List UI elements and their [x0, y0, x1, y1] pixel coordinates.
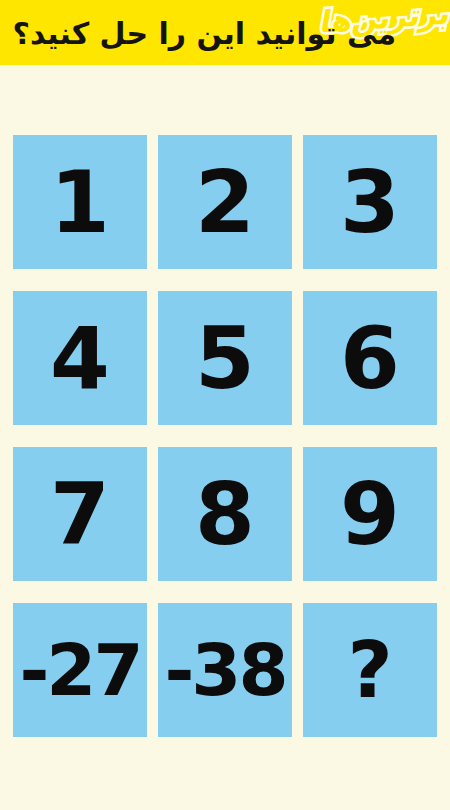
header-bar: برترین‌ها می توانید این را حل کنید؟ — [0, 0, 450, 65]
grid-cell-r4c3-question: ? — [303, 603, 437, 737]
grid-cell-r1c2: 2 — [158, 135, 292, 269]
grid-cell-r4c2: -38 — [158, 603, 292, 737]
grid-cell-r3c1: 7 — [13, 447, 147, 581]
page-title: می توانید این را حل کنید؟ — [12, 15, 396, 50]
grid-cell-r1c1: 1 — [13, 135, 147, 269]
grid-cell-r3c2: 8 — [158, 447, 292, 581]
grid-cell-r2c1: 4 — [13, 291, 147, 425]
grid-cell-r2c3: 6 — [303, 291, 437, 425]
grid-cell-r4c1: -27 — [13, 603, 147, 737]
grid-cell-r2c2: 5 — [158, 291, 292, 425]
grid-cell-r3c3: 9 — [303, 447, 437, 581]
puzzle-grid: 1 2 3 4 5 6 7 8 9 -27 -38 ? — [13, 135, 437, 737]
grid-cell-r1c3: 3 — [303, 135, 437, 269]
